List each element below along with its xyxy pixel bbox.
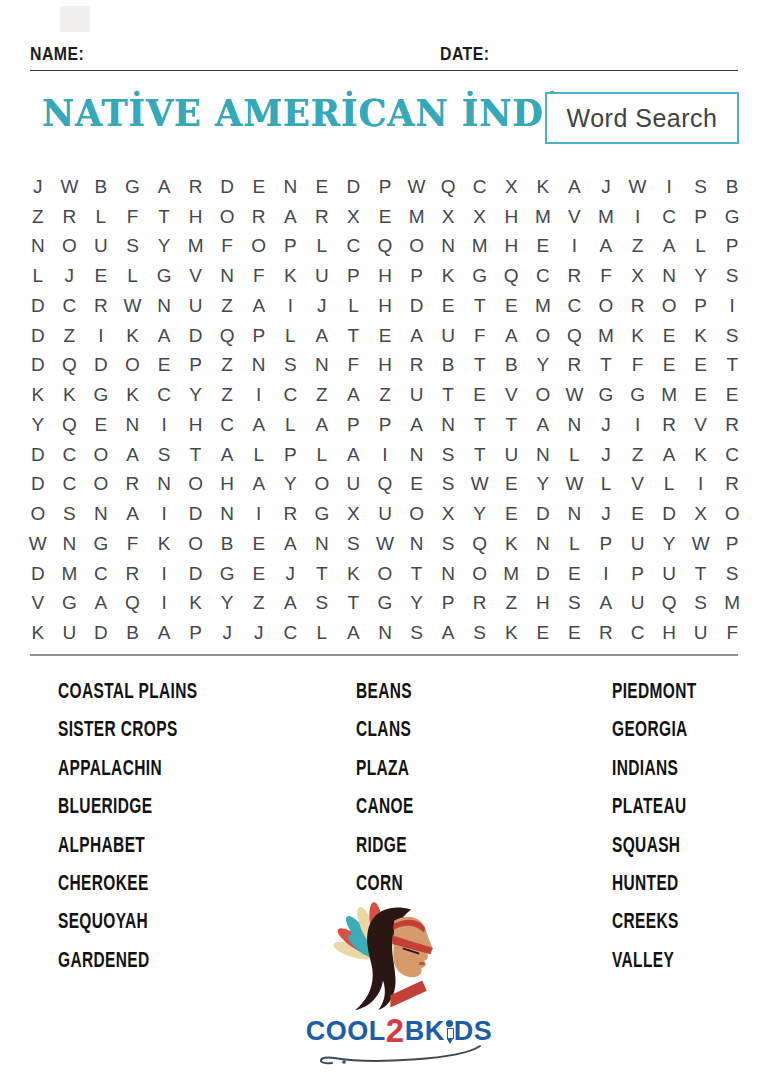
grid-cell[interactable]: X xyxy=(622,261,654,291)
grid-cell[interactable]: X xyxy=(432,499,464,529)
grid-cell[interactable]: R xyxy=(653,410,685,440)
grid-cell[interactable]: Z xyxy=(211,380,243,410)
grid-cell[interactable]: T xyxy=(432,380,464,410)
grid-cell[interactable]: E xyxy=(85,410,117,440)
grid-cell[interactable]: S xyxy=(306,589,338,619)
grid-cell[interactable]: P xyxy=(275,232,307,262)
grid-cell[interactable]: K xyxy=(22,380,54,410)
grid-cell[interactable]: I xyxy=(590,559,622,589)
grid-cell[interactable]: P xyxy=(369,410,401,440)
grid-cell[interactable]: Z xyxy=(211,291,243,321)
grid-cell[interactable]: A xyxy=(275,529,307,559)
grid-cell[interactable]: Z xyxy=(54,321,86,351)
grid-cell[interactable]: O xyxy=(85,470,117,500)
grid-cell[interactable]: Q xyxy=(653,589,685,619)
grid-cell[interactable]: I xyxy=(243,380,275,410)
grid-cell[interactable]: W xyxy=(559,470,591,500)
grid-cell[interactable]: H xyxy=(369,261,401,291)
grid-cell[interactable]: M xyxy=(495,559,527,589)
grid-cell[interactable]: O xyxy=(54,232,86,262)
grid-cell[interactable]: W xyxy=(464,470,496,500)
grid-cell[interactable]: E xyxy=(622,499,654,529)
grid-cell[interactable]: B xyxy=(211,529,243,559)
grid-cell[interactable]: E xyxy=(653,321,685,351)
grid-cell[interactable]: J xyxy=(275,559,307,589)
grid-cell[interactable]: D xyxy=(22,559,54,589)
grid-cell[interactable]: C xyxy=(54,470,86,500)
grid-cell[interactable]: R xyxy=(622,291,654,321)
grid-cell[interactable]: N xyxy=(211,261,243,291)
grid-cell[interactable]: E xyxy=(685,380,717,410)
grid-cell[interactable]: X xyxy=(495,172,527,202)
grid-cell[interactable]: N xyxy=(148,470,180,500)
grid-cell[interactable]: A xyxy=(495,321,527,351)
grid-cell[interactable]: K xyxy=(527,172,559,202)
grid-cell[interactable]: C xyxy=(275,618,307,648)
grid-cell[interactable]: Q xyxy=(369,470,401,500)
grid-cell[interactable]: X xyxy=(338,202,370,232)
grid-cell[interactable]: P xyxy=(180,351,212,381)
grid-cell[interactable]: J xyxy=(590,410,622,440)
grid-cell[interactable]: L xyxy=(275,321,307,351)
grid-cell[interactable]: N xyxy=(306,529,338,559)
grid-cell[interactable]: N xyxy=(432,410,464,440)
grid-cell[interactable]: C xyxy=(148,380,180,410)
grid-cell[interactable]: Q xyxy=(211,321,243,351)
grid-cell[interactable]: Q xyxy=(432,172,464,202)
grid-cell[interactable]: O xyxy=(590,291,622,321)
grid-cell[interactable]: P xyxy=(622,559,654,589)
grid-cell[interactable]: T xyxy=(338,321,370,351)
grid-cell[interactable]: W xyxy=(685,529,717,559)
grid-cell[interactable]: P xyxy=(275,440,307,470)
grid-cell[interactable]: U xyxy=(54,618,86,648)
grid-cell[interactable]: O xyxy=(243,232,275,262)
grid-cell[interactable]: A xyxy=(338,618,370,648)
grid-cell[interactable]: S xyxy=(401,618,433,648)
grid-cell[interactable]: A xyxy=(243,410,275,440)
grid-cell[interactable]: M xyxy=(401,202,433,232)
grid-cell[interactable]: N xyxy=(527,529,559,559)
grid-cell[interactable]: J xyxy=(243,618,275,648)
grid-cell[interactable]: P xyxy=(369,172,401,202)
grid-cell[interactable]: K xyxy=(180,589,212,619)
grid-cell[interactable]: M xyxy=(180,232,212,262)
grid-cell[interactable]: I xyxy=(148,559,180,589)
grid-cell[interactable]: W xyxy=(54,172,86,202)
grid-cell[interactable]: Y xyxy=(653,529,685,559)
grid-cell[interactable]: M xyxy=(590,202,622,232)
grid-cell[interactable]: K xyxy=(117,321,149,351)
grid-cell[interactable]: D xyxy=(22,440,54,470)
grid-cell[interactable]: D xyxy=(211,172,243,202)
grid-cell[interactable]: L xyxy=(653,470,685,500)
grid-cell[interactable]: R xyxy=(117,470,149,500)
grid-cell[interactable]: H xyxy=(495,202,527,232)
grid-cell[interactable]: R xyxy=(180,172,212,202)
grid-cell[interactable]: M xyxy=(653,380,685,410)
grid-cell[interactable]: R xyxy=(716,410,748,440)
grid-cell[interactable]: G xyxy=(306,499,338,529)
grid-cell[interactable]: I xyxy=(716,291,748,321)
grid-cell[interactable]: N xyxy=(432,559,464,589)
grid-cell[interactable]: I xyxy=(148,410,180,440)
grid-cell[interactable]: R xyxy=(243,202,275,232)
grid-cell[interactable]: T xyxy=(464,410,496,440)
grid-cell[interactable]: Z xyxy=(622,232,654,262)
grid-cell[interactable]: Y xyxy=(685,261,717,291)
grid-cell[interactable]: B xyxy=(432,351,464,381)
grid-cell[interactable]: A xyxy=(243,470,275,500)
grid-cell[interactable]: D xyxy=(22,321,54,351)
grid-cell[interactable]: Z xyxy=(211,351,243,381)
grid-cell[interactable]: A xyxy=(338,440,370,470)
grid-cell[interactable]: A xyxy=(117,440,149,470)
grid-cell[interactable]: U xyxy=(622,529,654,559)
grid-cell[interactable]: L xyxy=(559,529,591,559)
grid-cell[interactable]: O xyxy=(653,291,685,321)
grid-cell[interactable]: S xyxy=(148,440,180,470)
grid-cell[interactable]: T xyxy=(338,589,370,619)
grid-cell[interactable]: T xyxy=(180,440,212,470)
grid-cell[interactable]: U xyxy=(369,499,401,529)
grid-cell[interactable]: S xyxy=(432,529,464,559)
grid-cell[interactable]: L xyxy=(306,618,338,648)
grid-cell[interactable]: Y xyxy=(211,589,243,619)
grid-cell[interactable]: N xyxy=(527,440,559,470)
grid-cell[interactable]: A xyxy=(211,440,243,470)
grid-cell[interactable]: H xyxy=(653,618,685,648)
grid-cell[interactable]: E xyxy=(716,380,748,410)
grid-cell[interactable]: N xyxy=(148,291,180,321)
grid-cell[interactable]: R xyxy=(275,499,307,529)
grid-cell[interactable]: E xyxy=(527,232,559,262)
grid-cell[interactable]: E xyxy=(85,261,117,291)
grid-cell[interactable]: F xyxy=(117,529,149,559)
grid-cell[interactable]: W xyxy=(559,380,591,410)
grid-cell[interactable]: E xyxy=(306,172,338,202)
grid-cell[interactable]: L xyxy=(117,261,149,291)
grid-cell[interactable]: N xyxy=(22,232,54,262)
grid-cell[interactable]: S xyxy=(432,440,464,470)
grid-cell[interactable]: O xyxy=(306,470,338,500)
grid-cell[interactable]: O xyxy=(180,470,212,500)
grid-cell[interactable]: E xyxy=(559,618,591,648)
grid-cell[interactable]: L xyxy=(685,232,717,262)
grid-cell[interactable]: V xyxy=(685,410,717,440)
grid-cell[interactable]: U xyxy=(432,321,464,351)
grid-cell[interactable]: H xyxy=(180,202,212,232)
grid-cell[interactable]: O xyxy=(22,499,54,529)
grid-cell[interactable]: I xyxy=(148,589,180,619)
grid-cell[interactable]: J xyxy=(590,440,622,470)
grid-cell[interactable]: C xyxy=(716,440,748,470)
grid-cell[interactable]: W xyxy=(401,172,433,202)
grid-cell[interactable]: P xyxy=(180,618,212,648)
grid-cell[interactable]: P xyxy=(716,232,748,262)
grid-cell[interactable]: Q xyxy=(54,351,86,381)
grid-cell[interactable]: F xyxy=(211,232,243,262)
grid-cell[interactable]: M xyxy=(464,232,496,262)
grid-cell[interactable]: H xyxy=(527,589,559,619)
grid-cell[interactable]: K xyxy=(685,440,717,470)
grid-cell[interactable]: N xyxy=(369,618,401,648)
grid-cell[interactable]: X xyxy=(432,202,464,232)
grid-cell[interactable]: R xyxy=(559,351,591,381)
grid-cell[interactable]: D xyxy=(22,470,54,500)
grid-cell[interactable]: T xyxy=(590,351,622,381)
grid-cell[interactable]: J xyxy=(306,291,338,321)
grid-cell[interactable]: Q xyxy=(369,232,401,262)
grid-cell[interactable]: E xyxy=(148,351,180,381)
grid-cell[interactable]: A xyxy=(148,618,180,648)
grid-cell[interactable]: S xyxy=(464,618,496,648)
grid-cell[interactable]: K xyxy=(54,380,86,410)
grid-cell[interactable]: T xyxy=(495,410,527,440)
grid-cell[interactable]: I xyxy=(148,499,180,529)
grid-cell[interactable]: L xyxy=(306,232,338,262)
grid-cell[interactable]: D xyxy=(85,351,117,381)
grid-cell[interactable]: G xyxy=(117,172,149,202)
grid-cell[interactable]: D xyxy=(338,172,370,202)
grid-cell[interactable]: P xyxy=(338,261,370,291)
grid-cell[interactable]: R xyxy=(54,202,86,232)
grid-cell[interactable]: R xyxy=(716,470,748,500)
grid-cell[interactable]: T xyxy=(464,291,496,321)
grid-cell[interactable]: N xyxy=(653,261,685,291)
grid-cell[interactable]: K xyxy=(495,529,527,559)
grid-cell[interactable]: U xyxy=(622,589,654,619)
grid-cell[interactable]: K xyxy=(22,618,54,648)
grid-cell[interactable]: P xyxy=(716,529,748,559)
grid-cell[interactable]: N xyxy=(401,529,433,559)
grid-cell[interactable]: S xyxy=(559,589,591,619)
grid-cell[interactable]: R xyxy=(590,618,622,648)
grid-cell[interactable]: V xyxy=(180,261,212,291)
grid-cell[interactable]: F xyxy=(622,351,654,381)
grid-cell[interactable]: A xyxy=(559,172,591,202)
grid-cell[interactable]: H xyxy=(369,351,401,381)
grid-cell[interactable]: Y xyxy=(401,589,433,619)
grid-cell[interactable]: K xyxy=(622,321,654,351)
grid-cell[interactable]: U xyxy=(495,440,527,470)
grid-cell[interactable]: W xyxy=(22,529,54,559)
grid-cell[interactable]: X xyxy=(338,499,370,529)
grid-cell[interactable]: C xyxy=(211,410,243,440)
grid-cell[interactable]: U xyxy=(401,380,433,410)
grid-cell[interactable]: X xyxy=(685,499,717,529)
grid-cell[interactable]: E xyxy=(243,559,275,589)
grid-cell[interactable]: E xyxy=(495,499,527,529)
grid-cell[interactable]: L xyxy=(275,410,307,440)
grid-cell[interactable]: C xyxy=(338,232,370,262)
grid-cell[interactable]: U xyxy=(306,261,338,291)
grid-cell[interactable]: A xyxy=(117,499,149,529)
grid-cell[interactable]: H xyxy=(211,470,243,500)
grid-cell[interactable]: J xyxy=(590,499,622,529)
grid-cell[interactable]: M xyxy=(527,202,559,232)
grid-cell[interactable]: Z xyxy=(495,589,527,619)
grid-cell[interactable]: O xyxy=(117,351,149,381)
grid-cell[interactable]: H xyxy=(369,291,401,321)
grid-cell[interactable]: O xyxy=(211,202,243,232)
grid-cell[interactable]: O xyxy=(527,380,559,410)
grid-cell[interactable]: S xyxy=(716,559,748,589)
grid-cell[interactable]: N xyxy=(401,440,433,470)
grid-cell[interactable]: N xyxy=(275,172,307,202)
grid-cell[interactable]: B xyxy=(716,172,748,202)
grid-cell[interactable]: D xyxy=(653,499,685,529)
grid-cell[interactable]: G xyxy=(590,380,622,410)
grid-cell[interactable]: E xyxy=(401,470,433,500)
grid-cell[interactable]: A xyxy=(85,589,117,619)
grid-cell[interactable]: G xyxy=(148,261,180,291)
grid-cell[interactable]: R xyxy=(85,291,117,321)
grid-cell[interactable]: Q xyxy=(464,529,496,559)
grid-cell[interactable]: U xyxy=(180,291,212,321)
grid-cell[interactable]: T xyxy=(464,440,496,470)
grid-cell[interactable]: N xyxy=(559,410,591,440)
grid-cell[interactable]: K xyxy=(275,261,307,291)
grid-cell[interactable]: G xyxy=(622,380,654,410)
grid-cell[interactable]: O xyxy=(401,499,433,529)
grid-cell[interactable]: N xyxy=(54,529,86,559)
grid-cell[interactable]: V xyxy=(495,380,527,410)
grid-cell[interactable]: T xyxy=(716,351,748,381)
grid-cell[interactable]: L xyxy=(590,470,622,500)
grid-cell[interactable]: A xyxy=(338,380,370,410)
grid-cell[interactable]: I xyxy=(653,172,685,202)
grid-cell[interactable]: Z xyxy=(306,380,338,410)
grid-cell[interactable]: P xyxy=(432,589,464,619)
grid-cell[interactable]: C xyxy=(653,202,685,232)
grid-cell[interactable]: O xyxy=(369,559,401,589)
grid-cell[interactable]: O xyxy=(180,529,212,559)
grid-cell[interactable]: Y xyxy=(180,380,212,410)
grid-cell[interactable]: F xyxy=(338,351,370,381)
grid-cell[interactable]: M xyxy=(716,589,748,619)
grid-cell[interactable]: S xyxy=(716,261,748,291)
grid-cell[interactable]: A xyxy=(590,232,622,262)
grid-cell[interactable]: G xyxy=(85,380,117,410)
grid-cell[interactable]: E xyxy=(464,380,496,410)
grid-cell[interactable]: R xyxy=(117,559,149,589)
grid-cell[interactable]: P xyxy=(243,321,275,351)
grid-cell[interactable]: O xyxy=(527,321,559,351)
grid-cell[interactable]: E xyxy=(527,618,559,648)
grid-cell[interactable]: U xyxy=(85,232,117,262)
grid-cell[interactable]: N xyxy=(211,499,243,529)
grid-cell[interactable]: T xyxy=(306,559,338,589)
grid-cell[interactable]: U xyxy=(685,618,717,648)
grid-cell[interactable]: M xyxy=(527,291,559,321)
grid-cell[interactable]: L xyxy=(85,202,117,232)
grid-cell[interactable]: B xyxy=(495,351,527,381)
grid-cell[interactable]: Y xyxy=(275,470,307,500)
grid-cell[interactable]: F xyxy=(590,261,622,291)
grid-cell[interactable]: I xyxy=(622,202,654,232)
grid-cell[interactable]: I xyxy=(275,291,307,321)
grid-cell[interactable]: A xyxy=(306,410,338,440)
grid-cell[interactable]: C xyxy=(85,559,117,589)
grid-cell[interactable]: N xyxy=(306,351,338,381)
grid-cell[interactable]: T xyxy=(464,351,496,381)
grid-cell[interactable]: A xyxy=(148,321,180,351)
grid-cell[interactable]: T xyxy=(401,559,433,589)
grid-cell[interactable]: E xyxy=(653,351,685,381)
grid-cell[interactable]: A xyxy=(590,589,622,619)
grid-cell[interactable]: G xyxy=(369,589,401,619)
grid-cell[interactable]: G xyxy=(211,559,243,589)
grid-cell[interactable]: W xyxy=(369,529,401,559)
grid-cell[interactable]: R xyxy=(401,351,433,381)
grid-cell[interactable]: F xyxy=(117,202,149,232)
grid-cell[interactable]: D xyxy=(180,321,212,351)
grid-cell[interactable]: E xyxy=(432,291,464,321)
grid-cell[interactable]: E xyxy=(495,291,527,321)
grid-cell[interactable]: I xyxy=(622,410,654,440)
grid-cell[interactable]: R xyxy=(559,261,591,291)
grid-cell[interactable]: B xyxy=(117,618,149,648)
grid-cell[interactable]: C xyxy=(622,618,654,648)
grid-cell[interactable]: G xyxy=(464,261,496,291)
grid-cell[interactable]: V xyxy=(622,470,654,500)
grid-cell[interactable]: N xyxy=(85,499,117,529)
grid-cell[interactable]: A xyxy=(148,172,180,202)
grid-cell[interactable]: Q xyxy=(495,261,527,291)
grid-cell[interactable]: L xyxy=(559,440,591,470)
grid-cell[interactable]: M xyxy=(590,321,622,351)
grid-cell[interactable]: Z xyxy=(22,202,54,232)
grid-cell[interactable]: S xyxy=(685,589,717,619)
grid-cell[interactable]: C xyxy=(559,291,591,321)
grid-cell[interactable]: E xyxy=(243,172,275,202)
grid-cell[interactable]: Y xyxy=(527,470,559,500)
grid-cell[interactable]: A xyxy=(306,321,338,351)
grid-cell[interactable]: S xyxy=(117,232,149,262)
grid-cell[interactable]: A xyxy=(653,440,685,470)
grid-cell[interactable]: C xyxy=(464,172,496,202)
grid-cell[interactable]: A xyxy=(527,410,559,440)
grid-cell[interactable]: L xyxy=(22,261,54,291)
grid-cell[interactable]: S xyxy=(432,470,464,500)
grid-cell[interactable]: L xyxy=(306,440,338,470)
grid-cell[interactable]: Y xyxy=(22,410,54,440)
grid-cell[interactable]: I xyxy=(243,499,275,529)
grid-cell[interactable]: I xyxy=(369,440,401,470)
grid-cell[interactable]: N xyxy=(117,410,149,440)
grid-cell[interactable]: O xyxy=(85,440,117,470)
grid-cell[interactable]: W xyxy=(117,291,149,321)
grid-cell[interactable]: U xyxy=(338,470,370,500)
grid-cell[interactable]: Y xyxy=(464,499,496,529)
grid-cell[interactable]: G xyxy=(54,589,86,619)
grid-cell[interactable]: Z xyxy=(369,380,401,410)
grid-cell[interactable]: L xyxy=(338,291,370,321)
grid-cell[interactable]: F xyxy=(464,321,496,351)
grid-cell[interactable]: A xyxy=(243,291,275,321)
grid-cell[interactable]: D xyxy=(527,499,559,529)
grid-cell[interactable]: L xyxy=(243,440,275,470)
grid-cell[interactable]: G xyxy=(85,529,117,559)
grid-cell[interactable]: Y xyxy=(148,232,180,262)
grid-cell[interactable]: E xyxy=(369,321,401,351)
grid-cell[interactable]: O xyxy=(716,499,748,529)
grid-cell[interactable]: V xyxy=(559,202,591,232)
grid-cell[interactable]: A xyxy=(401,321,433,351)
grid-cell[interactable]: K xyxy=(432,261,464,291)
grid-cell[interactable]: R xyxy=(464,589,496,619)
